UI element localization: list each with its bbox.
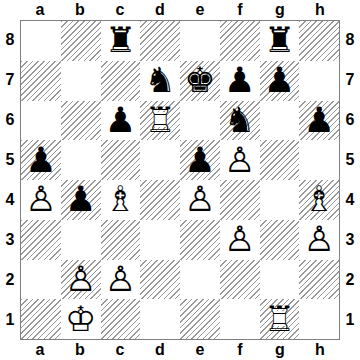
square-e8[interactable] <box>180 21 220 61</box>
white-pawn-icon: ♟♙ <box>101 260 141 300</box>
square-c3[interactable] <box>101 220 141 260</box>
square-f1[interactable] <box>220 299 260 339</box>
file-labels-bottom: abcdefgh <box>20 340 340 360</box>
square-b1[interactable]: ♚♔ <box>61 299 101 339</box>
square-b2[interactable]: ♟♙ <box>61 260 101 300</box>
square-h6[interactable]: ♟ <box>299 101 339 141</box>
rank-label-1-left: 1 <box>0 300 20 340</box>
square-e6[interactable] <box>180 101 220 141</box>
square-c7[interactable] <box>101 61 141 101</box>
rank-label-2-right: 2 <box>340 260 360 300</box>
rank-label-6-right: 6 <box>340 100 360 140</box>
rank-label-6-left: 6 <box>0 100 20 140</box>
square-f4[interactable] <box>220 180 260 220</box>
file-label-e-bottom: e <box>180 340 220 360</box>
square-g3[interactable] <box>260 220 300 260</box>
black-pawn-icon: ♟ <box>61 180 101 220</box>
black-pawn-icon: ♟ <box>260 61 300 101</box>
file-label-d-bottom: d <box>140 340 180 360</box>
square-a5[interactable]: ♟ <box>21 140 61 180</box>
square-c1[interactable] <box>101 299 141 339</box>
white-rook-icon: ♜♖ <box>260 299 300 339</box>
white-pawn-icon: ♟♙ <box>220 140 260 180</box>
square-e7[interactable]: ♚ <box>180 61 220 101</box>
square-g4[interactable] <box>260 180 300 220</box>
square-a3[interactable] <box>21 220 61 260</box>
black-rook-icon: ♜ <box>101 21 141 61</box>
chess-board: ♜♜♞♚♟♟♟♜♖♞♟♟♟♟♙♟♙♟♝♗♟♙♝♗♟♙♟♙♟♙♟♙♚♔♜♖ <box>20 20 340 340</box>
square-a1[interactable] <box>21 299 61 339</box>
file-label-f-top: f <box>220 0 260 20</box>
square-d6[interactable]: ♜♖ <box>140 101 180 141</box>
square-h7[interactable] <box>299 61 339 101</box>
black-pawn-icon: ♟ <box>21 140 61 180</box>
rank-label-7-left: 7 <box>0 60 20 100</box>
square-g5[interactable] <box>260 140 300 180</box>
rank-label-2-left: 2 <box>0 260 20 300</box>
file-label-c-top: c <box>100 0 140 20</box>
square-c5[interactable] <box>101 140 141 180</box>
square-e2[interactable] <box>180 260 220 300</box>
white-rook-icon: ♜♖ <box>140 101 180 141</box>
file-label-b-top: b <box>60 0 100 20</box>
square-h4[interactable]: ♝♗ <box>299 180 339 220</box>
square-f8[interactable] <box>220 21 260 61</box>
rank-label-8-right: 8 <box>340 20 360 60</box>
square-d2[interactable] <box>140 260 180 300</box>
square-b6[interactable] <box>61 101 101 141</box>
rank-label-1-right: 1 <box>340 300 360 340</box>
white-pawn-icon: ♟♙ <box>21 180 61 220</box>
square-f2[interactable] <box>220 260 260 300</box>
square-g8[interactable]: ♜ <box>260 21 300 61</box>
white-pawn-icon: ♟♙ <box>61 260 101 300</box>
file-label-g-top: g <box>260 0 300 20</box>
file-label-g-bottom: g <box>260 340 300 360</box>
rank-label-4-right: 4 <box>340 180 360 220</box>
file-label-h-bottom: h <box>300 340 340 360</box>
square-g2[interactable] <box>260 260 300 300</box>
black-pawn-icon: ♟ <box>299 101 339 141</box>
square-f7[interactable]: ♟ <box>220 61 260 101</box>
square-a2[interactable] <box>21 260 61 300</box>
square-d1[interactable] <box>140 299 180 339</box>
square-g7[interactable]: ♟ <box>260 61 300 101</box>
square-g1[interactable]: ♜♖ <box>260 299 300 339</box>
rank-label-5-left: 5 <box>0 140 20 180</box>
rank-labels-right: 87654321 <box>340 20 360 340</box>
file-label-h-top: h <box>300 0 340 20</box>
chess-diagram: abcdefgh 87654321 ♜♜♞♚♟♟♟♜♖♞♟♟♟♟♙♟♙♟♝♗♟♙… <box>0 0 360 360</box>
square-h3[interactable]: ♟♙ <box>299 220 339 260</box>
square-f5[interactable]: ♟♙ <box>220 140 260 180</box>
square-a4[interactable]: ♟♙ <box>21 180 61 220</box>
square-g6[interactable] <box>260 101 300 141</box>
square-h5[interactable] <box>299 140 339 180</box>
square-d8[interactable] <box>140 21 180 61</box>
square-c4[interactable]: ♝♗ <box>101 180 141 220</box>
rank-label-4-left: 4 <box>0 180 20 220</box>
square-a7[interactable] <box>21 61 61 101</box>
file-label-b-bottom: b <box>60 340 100 360</box>
square-h1[interactable] <box>299 299 339 339</box>
square-c2[interactable]: ♟♙ <box>101 260 141 300</box>
file-label-d-top: d <box>140 0 180 20</box>
square-d3[interactable] <box>140 220 180 260</box>
square-b3[interactable] <box>61 220 101 260</box>
white-pawn-icon: ♟♙ <box>180 180 220 220</box>
white-bishop-icon: ♝♗ <box>299 180 339 220</box>
square-h2[interactable] <box>299 260 339 300</box>
rank-label-5-right: 5 <box>340 140 360 180</box>
rank-labels-left: 87654321 <box>0 20 20 340</box>
rank-label-3-right: 3 <box>340 220 360 260</box>
square-f6[interactable]: ♞ <box>220 101 260 141</box>
black-knight-icon: ♞ <box>220 101 260 141</box>
file-label-f-bottom: f <box>220 340 260 360</box>
rank-label-3-left: 3 <box>0 220 20 260</box>
square-e1[interactable] <box>180 299 220 339</box>
white-pawn-icon: ♟♙ <box>220 220 260 260</box>
square-a6[interactable] <box>21 101 61 141</box>
square-b7[interactable] <box>61 61 101 101</box>
rank-label-7-right: 7 <box>340 60 360 100</box>
rank-label-8-left: 8 <box>0 20 20 60</box>
black-king-icon: ♚ <box>180 61 220 101</box>
file-label-a-bottom: a <box>20 340 60 360</box>
square-b5[interactable] <box>61 140 101 180</box>
square-h8[interactable] <box>299 21 339 61</box>
square-c8[interactable]: ♜ <box>101 21 141 61</box>
black-pawn-icon: ♟ <box>101 101 141 141</box>
file-label-e-top: e <box>180 0 220 20</box>
square-a8[interactable] <box>21 21 61 61</box>
black-knight-icon: ♞ <box>140 61 180 101</box>
square-e4[interactable]: ♟♙ <box>180 180 220 220</box>
white-king-icon: ♚♔ <box>61 299 101 339</box>
square-d5[interactable] <box>140 140 180 180</box>
square-e3[interactable] <box>180 220 220 260</box>
square-e5[interactable]: ♟ <box>180 140 220 180</box>
white-pawn-icon: ♟♙ <box>299 220 339 260</box>
square-b4[interactable]: ♟ <box>61 180 101 220</box>
file-label-c-bottom: c <box>100 340 140 360</box>
square-d7[interactable]: ♞ <box>140 61 180 101</box>
square-b8[interactable] <box>61 21 101 61</box>
black-rook-icon: ♜ <box>260 21 300 61</box>
square-c6[interactable]: ♟ <box>101 101 141 141</box>
square-f3[interactable]: ♟♙ <box>220 220 260 260</box>
black-pawn-icon: ♟ <box>220 61 260 101</box>
file-label-a-top: a <box>20 0 60 20</box>
file-labels-top: abcdefgh <box>20 0 340 20</box>
black-pawn-icon: ♟ <box>180 140 220 180</box>
square-d4[interactable] <box>140 180 180 220</box>
white-bishop-icon: ♝♗ <box>101 180 141 220</box>
